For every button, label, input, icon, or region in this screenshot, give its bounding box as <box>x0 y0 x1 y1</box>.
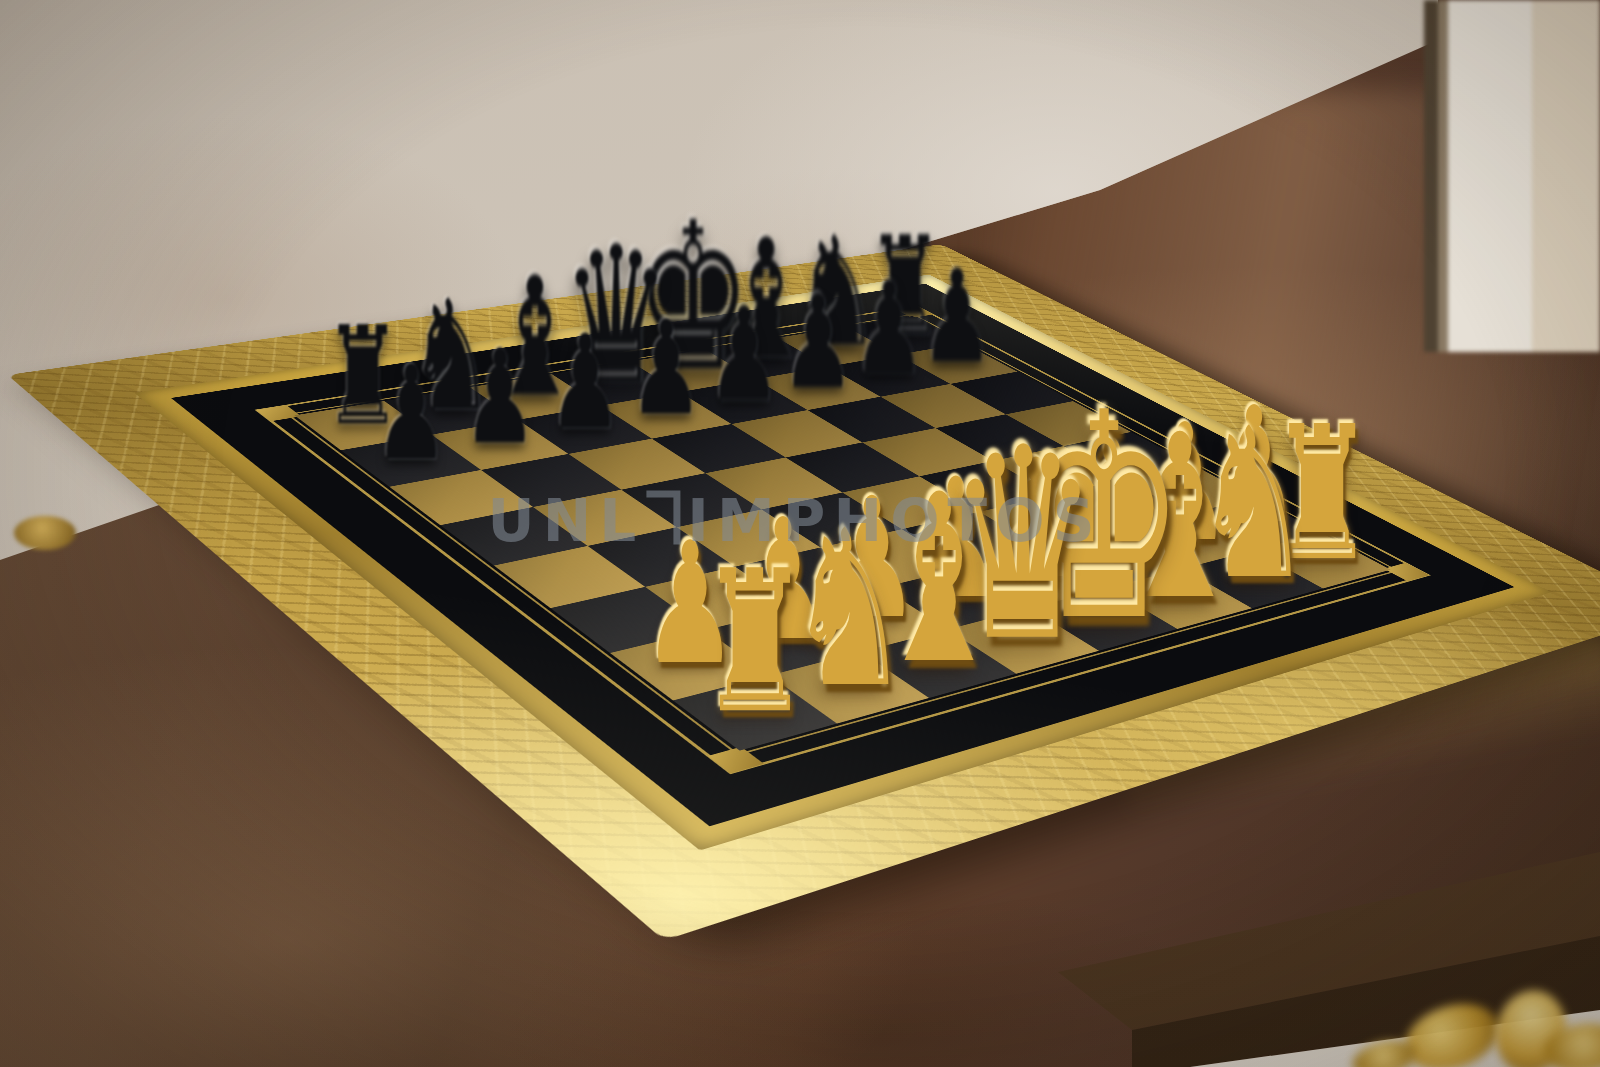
black-pawn-c7[interactable]: ♟ <box>548 318 622 448</box>
scene: ♜♞♝♛♚♝♞♜♟♟♟♟♟♟♟♟♟♟♟♟♟♟♟♟♜♞♝♛♚♝♞♜ UNLIMPH… <box>0 0 1600 1067</box>
wall-column <box>1424 0 1600 352</box>
board-foot <box>14 516 76 550</box>
black-pawn-b7[interactable]: ♟ <box>463 333 537 463</box>
black-pawn-e7[interactable]: ♟ <box>707 290 781 419</box>
black-pawn-h7[interactable]: ♟ <box>921 253 994 382</box>
watermark-prefix: UNL <box>487 487 644 555</box>
black-pawn-f7[interactable]: ♟ <box>781 277 854 406</box>
black-pawn-g7[interactable]: ♟ <box>852 265 925 394</box>
watermark-suffix: IMPHOTOS <box>687 487 1102 555</box>
watermark: UNLIMPHOTOS <box>487 487 1102 555</box>
black-pawn-a7[interactable]: ♟ <box>374 349 448 479</box>
watermark-bracket-icon <box>647 491 681 544</box>
gold-rook-a1[interactable]: ♜ <box>699 545 810 741</box>
black-pawn-d7[interactable]: ♟ <box>629 304 703 434</box>
